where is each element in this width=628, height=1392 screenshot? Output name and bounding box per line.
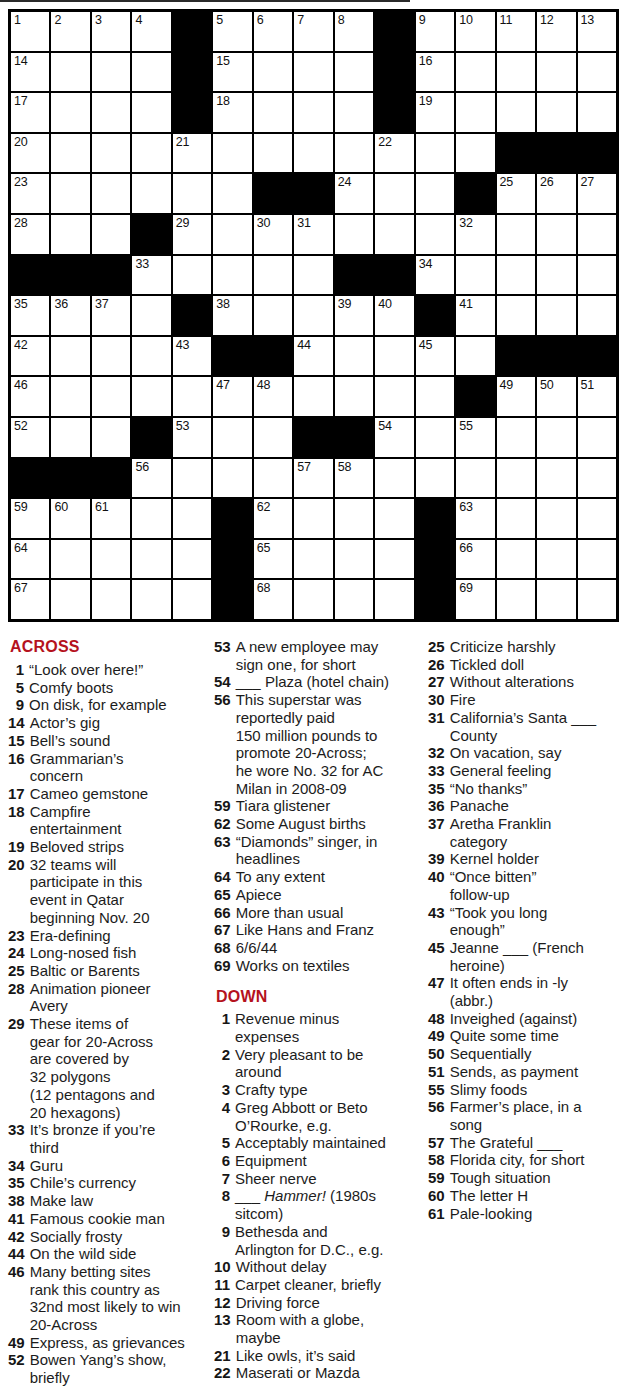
grid-cell[interactable]	[92, 93, 130, 132]
grid-cell[interactable]: 13	[578, 12, 616, 51]
grid-cell[interactable]	[537, 53, 575, 92]
grid-cell[interactable]: 7	[294, 12, 332, 51]
grid-cell[interactable]	[173, 459, 211, 498]
grid-cell[interactable]: 33	[132, 256, 170, 295]
cell-number: 35	[14, 297, 28, 311]
grid-cell[interactable]: 2	[51, 12, 89, 51]
grid-cell[interactable]	[335, 134, 373, 173]
grid-cell[interactable]	[92, 174, 130, 213]
clue-item: 33It’s bronze if you’re third	[8, 1121, 214, 1156]
grid-cell[interactable]	[537, 499, 575, 538]
grid-cell[interactable]	[51, 93, 89, 132]
grid-cell[interactable]: 25	[497, 174, 535, 213]
grid-cell[interactable]: 59	[11, 499, 49, 538]
clue-number: 23	[8, 927, 30, 945]
clue-item: 44On the wild side	[8, 1245, 214, 1263]
grid-cell[interactable]	[132, 174, 170, 213]
grid-cell[interactable]	[132, 296, 170, 335]
grid-cell[interactable]: 50	[537, 377, 575, 416]
grid-cell[interactable]	[254, 134, 292, 173]
cell-number: 24	[338, 175, 352, 189]
grid-cell[interactable]: 49	[497, 377, 535, 416]
grid-cell[interactable]: 11	[497, 12, 535, 51]
clue-number: 37	[428, 815, 450, 850]
grid-cell[interactable]	[578, 580, 616, 619]
clue-number: 67	[214, 921, 236, 939]
cell-number: 5	[216, 13, 223, 27]
grid-cell[interactable]	[497, 256, 535, 295]
clue-item: 37Aretha Franklin category	[428, 815, 628, 850]
grid-cell[interactable]: 60	[51, 499, 89, 538]
grid-cell[interactable]: 63	[456, 499, 494, 538]
grid-cell[interactable]: 8	[335, 12, 373, 51]
grid-cell[interactable]: 46	[11, 377, 49, 416]
clue-number: 46	[8, 1263, 30, 1334]
clue-item: 39Kernel holder	[428, 850, 628, 868]
clue-number: 5	[214, 1134, 235, 1152]
grid-cell[interactable]: 3	[92, 12, 130, 51]
grid-cell[interactable]	[537, 580, 575, 619]
grid-cell[interactable]	[497, 459, 535, 498]
grid-cell[interactable]: 51	[578, 377, 616, 416]
grid-cell[interactable]	[173, 580, 211, 619]
grid-cell[interactable]	[51, 215, 89, 254]
grid-cell[interactable]	[497, 53, 535, 92]
grid-cell[interactable]	[335, 215, 373, 254]
grid-cell[interactable]: 52	[11, 418, 49, 457]
grid-cell[interactable]	[132, 499, 170, 538]
cell-number: 15	[216, 54, 230, 68]
grid-cell[interactable]: 43	[173, 337, 211, 376]
grid-cell[interactable]: 4	[132, 12, 170, 51]
clue-item: 66More than usual	[214, 904, 428, 922]
grid-cell[interactable]	[375, 215, 413, 254]
grid-cell[interactable]: 40	[375, 296, 413, 335]
grid-cell[interactable]	[294, 499, 332, 538]
cell-number: 55	[459, 419, 473, 433]
grid-cell[interactable]	[132, 134, 170, 173]
grid-cell[interactable]	[537, 459, 575, 498]
cell-number: 69	[459, 581, 473, 595]
clue-text: Express, as grievances	[30, 1334, 214, 1352]
clue-number: 13	[214, 1311, 236, 1346]
clue-text: Some August births	[236, 815, 428, 833]
clue-text: Long-nosed fish	[30, 944, 214, 962]
grid-cell[interactable]	[578, 296, 616, 335]
grid-cell[interactable]	[213, 459, 251, 498]
grid-cell[interactable]: 30	[254, 215, 292, 254]
grid-cell[interactable]	[51, 337, 89, 376]
clue-column-3: 25Criticize harshly26Tickled doll27Witho…	[428, 638, 628, 1387]
grid-cell[interactable]	[92, 53, 130, 92]
grid-cell[interactable]	[456, 93, 494, 132]
grid-cell[interactable]: 1	[11, 12, 49, 51]
clue-text: Greg Abbott or Beto O’Rourke, e.g.	[235, 1099, 428, 1134]
clue-text: Slimy foods	[450, 1081, 628, 1099]
grid-cell[interactable]: 66	[456, 540, 494, 579]
grid-cell[interactable]	[92, 540, 130, 579]
grid-cell[interactable]	[173, 377, 211, 416]
clue-item: 42Socially frosty	[8, 1228, 214, 1246]
grid-cell[interactable]: 53	[173, 418, 211, 457]
grid-cell[interactable]: 29	[173, 215, 211, 254]
grid-cell[interactable]	[578, 53, 616, 92]
grid-cell[interactable]: 34	[416, 256, 454, 295]
grid-cell[interactable]	[254, 296, 292, 335]
grid-cell[interactable]: 57	[294, 459, 332, 498]
clue-item: 54___ Plaza (hotel chain)	[214, 673, 428, 691]
grid-cell[interactable]	[51, 53, 89, 92]
grid-cell[interactable]	[92, 418, 130, 457]
clue-text: “No thanks”	[450, 780, 628, 798]
clue-item: 56Farmer’s place, in a song	[428, 1098, 628, 1133]
grid-cell[interactable]	[173, 256, 211, 295]
grid-cell[interactable]: 65	[254, 540, 292, 579]
grid-cell[interactable]	[254, 418, 292, 457]
clue-number: 50	[428, 1045, 450, 1063]
cell-number: 58	[338, 460, 352, 474]
grid-cell[interactable]	[375, 459, 413, 498]
grid-cell[interactable]	[335, 540, 373, 579]
clue-number: 19	[8, 838, 30, 856]
grid-cell[interactable]: 12	[537, 12, 575, 51]
clue-item: 13Room with a globe, maybe	[214, 1311, 428, 1346]
clue-number: 29	[8, 1015, 30, 1121]
grid-cell[interactable]: 67	[11, 580, 49, 619]
grid-cell[interactable]: 69	[456, 580, 494, 619]
grid-cell[interactable]	[375, 337, 413, 376]
grid-cell[interactable]	[578, 215, 616, 254]
grid-cell[interactable]	[375, 499, 413, 538]
grid-cell[interactable]: 27	[578, 174, 616, 213]
cell-number: 32	[459, 216, 473, 230]
grid-cell[interactable]: 19	[416, 93, 454, 132]
clue-number: 35	[8, 1174, 30, 1192]
grid-cell[interactable]: 16	[416, 53, 454, 92]
grid-cell[interactable]	[335, 93, 373, 132]
grid-cell[interactable]: 23	[11, 174, 49, 213]
grid-cell[interactable]: 45	[416, 337, 454, 376]
clue-item: 69Works on textiles	[214, 957, 428, 975]
grid-cell[interactable]: 24	[335, 174, 373, 213]
grid-cell[interactable]	[254, 256, 292, 295]
grid-cell[interactable]	[294, 296, 332, 335]
grid-cell[interactable]	[173, 174, 211, 213]
grid-cell[interactable]	[375, 580, 413, 619]
clue-text: Cameo gemstone	[30, 785, 214, 803]
clue-item: 62Some August births	[214, 815, 428, 833]
clue-text: Animation pioneer Avery	[30, 980, 214, 1015]
grid-cell[interactable]: 5	[213, 12, 251, 51]
black-cell	[173, 296, 211, 335]
grid-cell[interactable]	[92, 580, 130, 619]
clue-item: 686/6/44	[214, 939, 428, 957]
grid-cell[interactable]	[254, 53, 292, 92]
grid-cell[interactable]: 54	[375, 418, 413, 457]
grid-cell[interactable]: 48	[254, 377, 292, 416]
grid-cell[interactable]: 15	[213, 53, 251, 92]
clue-item: 65Apiece	[214, 886, 428, 904]
clue-text: Socially frosty	[30, 1228, 214, 1246]
grid-cell[interactable]	[254, 459, 292, 498]
grid-cell[interactable]: 22	[375, 134, 413, 173]
clue-item: 1“Look over here!”	[8, 661, 214, 679]
cell-number: 20	[14, 135, 28, 149]
clue-text: Works on textiles	[236, 957, 428, 975]
grid-cell[interactable]	[294, 256, 332, 295]
clue-item: 53A new employee may sign one, for short	[214, 638, 428, 673]
grid-cell[interactable]: 36	[51, 296, 89, 335]
grid-cell[interactable]	[294, 580, 332, 619]
grid-cell[interactable]	[132, 540, 170, 579]
clue-number: 2	[214, 1046, 235, 1081]
grid-cell[interactable]	[132, 93, 170, 132]
grid-cell[interactable]	[92, 215, 130, 254]
clue-number: 49	[8, 1334, 30, 1352]
grid-cell[interactable]	[51, 580, 89, 619]
cell-number: 47	[216, 378, 230, 392]
clue-text: Kernel holder	[450, 850, 628, 868]
grid-cell[interactable]	[537, 256, 575, 295]
grid-cell[interactable]	[254, 93, 292, 132]
grid-cell[interactable]	[132, 580, 170, 619]
clue-item: 55Slimy foods	[428, 1081, 628, 1099]
clue-item: 49Express, as grievances	[8, 1334, 214, 1352]
grid-cell[interactable]: 39	[335, 296, 373, 335]
grid-cell[interactable]	[294, 377, 332, 416]
grid-cell[interactable]: 20	[11, 134, 49, 173]
clue-text: “Took you long enough”	[450, 904, 628, 939]
clue-number: 62	[214, 815, 236, 833]
clue-number: 59	[214, 797, 236, 815]
clue-text: 32 teams will participate in this event …	[30, 856, 214, 927]
clue-number: 10	[214, 1258, 236, 1276]
grid-cell[interactable]	[578, 93, 616, 132]
grid-cell[interactable]: 58	[335, 459, 373, 498]
grid-cell[interactable]	[497, 215, 535, 254]
grid-cell[interactable]	[213, 174, 251, 213]
grid-cell[interactable]	[578, 459, 616, 498]
grid-cell[interactable]	[294, 134, 332, 173]
clue-number: 52	[8, 1351, 30, 1386]
clue-text: Campfire entertainment	[30, 803, 214, 838]
clue-text: “Once bitten” follow-up	[450, 868, 628, 903]
black-cell	[254, 337, 292, 376]
grid-cell[interactable]	[416, 215, 454, 254]
clue-item: 3Crafty type	[214, 1081, 428, 1099]
grid-cell[interactable]	[578, 540, 616, 579]
clue-text: Panache	[450, 797, 628, 815]
grid-cell[interactable]	[497, 296, 535, 335]
clue-text: Fire	[450, 691, 628, 709]
grid-cell[interactable]	[92, 134, 130, 173]
grid-cell[interactable]: 26	[537, 174, 575, 213]
grid-cell[interactable]	[132, 53, 170, 92]
grid-cell[interactable]: 68	[254, 580, 292, 619]
clue-item: 64To any extent	[214, 868, 428, 886]
grid-cell[interactable]: 31	[294, 215, 332, 254]
clue-item: 51Sends, as payment	[428, 1063, 628, 1081]
cell-number: 3	[95, 13, 102, 27]
black-cell	[294, 174, 332, 213]
grid-cell[interactable]: 44	[294, 337, 332, 376]
black-cell	[416, 580, 454, 619]
grid-cell[interactable]	[335, 53, 373, 92]
grid-cell[interactable]: 28	[11, 215, 49, 254]
grid-cell[interactable]: 37	[92, 296, 130, 335]
grid-cell[interactable]	[294, 540, 332, 579]
grid-cell[interactable]	[456, 256, 494, 295]
clue-number: 45	[428, 939, 450, 974]
grid-cell[interactable]	[537, 296, 575, 335]
grid-cell[interactable]	[213, 134, 251, 173]
clue-text: The Grateful ___	[450, 1134, 628, 1152]
clue-number: 47	[428, 974, 450, 1009]
grid-cell[interactable]	[456, 53, 494, 92]
black-cell	[213, 580, 251, 619]
clue-number: 44	[8, 1245, 30, 1263]
clue-text: Tickled doll	[450, 656, 628, 674]
grid-cell[interactable]: 41	[456, 296, 494, 335]
grid-cell[interactable]	[578, 499, 616, 538]
black-cell	[294, 418, 332, 457]
grid-cell[interactable]	[294, 93, 332, 132]
black-cell	[92, 459, 130, 498]
clue-item: 21Like owls, it’s said	[214, 1347, 428, 1365]
cell-number: 4	[135, 13, 142, 27]
grid-cell[interactable]	[335, 337, 373, 376]
clue-text: Crafty type	[235, 1081, 428, 1099]
clue-item: 67Like Hans and Franz	[214, 921, 428, 939]
grid-cell[interactable]	[173, 540, 211, 579]
grid-cell[interactable]	[375, 174, 413, 213]
clue-number: 17	[8, 785, 30, 803]
grid-cell[interactable]	[416, 418, 454, 457]
grid-cell[interactable]	[51, 377, 89, 416]
grid-cell[interactable]	[213, 215, 251, 254]
clue-item: 38Make law	[8, 1192, 214, 1210]
clue-item: 10Without delay	[214, 1258, 428, 1276]
cell-number: 17	[14, 94, 28, 108]
clue-item: 33General feeling	[428, 762, 628, 780]
grid-cell[interactable]	[92, 377, 130, 416]
grid-cell[interactable]	[497, 418, 535, 457]
clue-item: 63“Diamonds” singer, in headlines	[214, 833, 428, 868]
grid-cell[interactable]: 42	[11, 337, 49, 376]
cell-number: 57	[297, 460, 311, 474]
clue-number: 14	[8, 714, 30, 732]
grid-cell[interactable]	[537, 418, 575, 457]
black-cell	[416, 499, 454, 538]
grid-cell[interactable]: 56	[132, 459, 170, 498]
grid-cell[interactable]: 35	[11, 296, 49, 335]
clue-column-1: ACROSS1“Look over here!”5Comfy boots9On …	[8, 638, 214, 1387]
grid-cell[interactable]	[497, 540, 535, 579]
grid-cell[interactable]: 17	[11, 93, 49, 132]
grid-cell[interactable]	[578, 418, 616, 457]
clue-number: 22	[214, 1364, 236, 1382]
grid-cell[interactable]	[416, 459, 454, 498]
cell-number: 11	[500, 13, 513, 27]
black-cell	[537, 134, 575, 173]
grid-cell[interactable]: 9	[416, 12, 454, 51]
grid-cell[interactable]	[335, 377, 373, 416]
grid-cell[interactable]	[375, 540, 413, 579]
black-cell	[92, 256, 130, 295]
grid-cell[interactable]: 64	[11, 540, 49, 579]
grid-cell[interactable]	[497, 499, 535, 538]
grid-cell[interactable]	[51, 134, 89, 173]
grid-cell[interactable]	[537, 93, 575, 132]
grid-cell[interactable]	[416, 174, 454, 213]
grid-cell[interactable]	[456, 134, 494, 173]
clue-number: 66	[214, 904, 236, 922]
grid-cell[interactable]	[173, 499, 211, 538]
clue-item: 36Panache	[428, 797, 628, 815]
cell-number: 62	[257, 500, 271, 514]
grid-cell[interactable]	[578, 256, 616, 295]
grid-cell[interactable]: 62	[254, 499, 292, 538]
clue-item: 2Very pleasant to be around	[214, 1046, 428, 1081]
grid-cell[interactable]	[335, 580, 373, 619]
clue-text: On the wild side	[30, 1245, 214, 1263]
grid-cell[interactable]	[92, 337, 130, 376]
grid-cell[interactable]	[416, 377, 454, 416]
grid-cell[interactable]: 32	[456, 215, 494, 254]
clue-number: 1	[214, 1010, 235, 1045]
grid-cell[interactable]: 47	[213, 377, 251, 416]
clue-text: Quite some time	[450, 1027, 628, 1045]
grid-cell[interactable]: 38	[213, 296, 251, 335]
grid-cell[interactable]	[537, 215, 575, 254]
grid-cell[interactable]	[456, 337, 494, 376]
clue-column-2: 53A new employee may sign one, for short…	[214, 638, 428, 1387]
grid-cell[interactable]	[335, 499, 373, 538]
down-header: DOWN	[216, 988, 428, 1006]
clue-item: 16Grammarian’s concern	[8, 750, 214, 785]
grid-cell[interactable]	[416, 134, 454, 173]
black-cell	[173, 53, 211, 92]
clue-text: Chile’s currency	[30, 1174, 214, 1192]
grid-cell[interactable]	[51, 418, 89, 457]
grid-cell[interactable]	[213, 418, 251, 457]
grid-cell[interactable]	[132, 337, 170, 376]
black-cell	[416, 296, 454, 335]
grid-cell[interactable]	[497, 93, 535, 132]
grid-cell[interactable]	[497, 580, 535, 619]
grid-cell[interactable]	[51, 174, 89, 213]
grid-cell[interactable]	[537, 540, 575, 579]
grid-cell[interactable]: 61	[92, 499, 130, 538]
grid-cell[interactable]: 14	[11, 53, 49, 92]
grid-cell[interactable]	[456, 459, 494, 498]
grid-cell[interactable]: 21	[173, 134, 211, 173]
clue-text: Equipment	[235, 1152, 428, 1170]
grid-cell[interactable]	[132, 377, 170, 416]
grid-cell[interactable]	[375, 377, 413, 416]
grid-cell[interactable]	[51, 540, 89, 579]
grid-cell[interactable]: 55	[456, 418, 494, 457]
clue-text: Jeanne ___ (French heroine)	[450, 939, 628, 974]
grid-cell[interactable]	[213, 256, 251, 295]
grid-cell[interactable]: 6	[254, 12, 292, 51]
clue-number: 33	[8, 1121, 30, 1156]
grid-cell[interactable]: 10	[456, 12, 494, 51]
clue-text: The letter H	[450, 1187, 628, 1205]
grid-cell[interactable]: 18	[213, 93, 251, 132]
clue-text: To any extent	[236, 868, 428, 886]
grid-cell[interactable]	[294, 53, 332, 92]
